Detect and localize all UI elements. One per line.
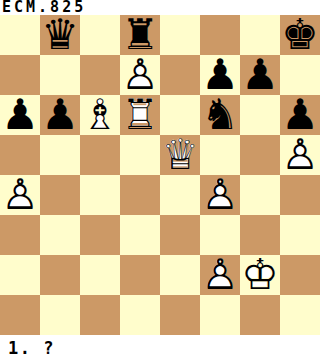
square-d2[interactable]: [120, 255, 160, 295]
piece-white-pawn: ♟♙: [200, 175, 240, 215]
square-c8[interactable]: [80, 15, 120, 55]
square-b1[interactable]: [40, 295, 80, 335]
square-f4[interactable]: ♟♙: [200, 175, 240, 215]
piece-black-queen: ♛: [40, 15, 80, 55]
square-b8[interactable]: ♛: [40, 15, 80, 55]
square-c1[interactable]: [80, 295, 120, 335]
square-g3[interactable]: [240, 215, 280, 255]
piece-white-pawn: ♟♙: [200, 255, 240, 295]
square-b5[interactable]: [40, 135, 80, 175]
piece-white-queen: ♛♕: [160, 135, 200, 175]
square-e6[interactable]: [160, 95, 200, 135]
square-c4[interactable]: [80, 175, 120, 215]
square-c5[interactable]: [80, 135, 120, 175]
chess-board: ♛♜♚♟♙♟♟♟♟♝♗♜♖♞♟♛♕♟♙♟♙♟♙♟♙♚♔: [0, 15, 320, 335]
square-d8[interactable]: ♜: [120, 15, 160, 55]
piece-black-knight: ♞: [200, 95, 240, 135]
square-a5[interactable]: [0, 135, 40, 175]
piece-white-pawn: ♟♙: [0, 175, 40, 215]
piece-white-pawn: ♟♙: [280, 135, 320, 175]
square-g8[interactable]: [240, 15, 280, 55]
square-a4[interactable]: ♟♙: [0, 175, 40, 215]
square-e4[interactable]: [160, 175, 200, 215]
square-b7[interactable]: [40, 55, 80, 95]
piece-black-pawn: ♟: [40, 95, 80, 135]
square-f2[interactable]: ♟♙: [200, 255, 240, 295]
square-b2[interactable]: [40, 255, 80, 295]
square-c6[interactable]: ♝♗: [80, 95, 120, 135]
square-d5[interactable]: [120, 135, 160, 175]
square-c2[interactable]: [80, 255, 120, 295]
square-e2[interactable]: [160, 255, 200, 295]
square-h1[interactable]: [280, 295, 320, 335]
piece-white-bishop: ♝♗: [80, 95, 120, 135]
square-h4[interactable]: [280, 175, 320, 215]
square-f7[interactable]: ♟: [200, 55, 240, 95]
square-f8[interactable]: [200, 15, 240, 55]
square-b3[interactable]: [40, 215, 80, 255]
square-a2[interactable]: [0, 255, 40, 295]
square-h5[interactable]: ♟♙: [280, 135, 320, 175]
square-a8[interactable]: [0, 15, 40, 55]
square-d1[interactable]: [120, 295, 160, 335]
square-g6[interactable]: [240, 95, 280, 135]
square-g1[interactable]: [240, 295, 280, 335]
square-c3[interactable]: [80, 215, 120, 255]
piece-white-king: ♚♔: [240, 255, 280, 295]
square-g2[interactable]: ♚♔: [240, 255, 280, 295]
square-h7[interactable]: [280, 55, 320, 95]
square-f5[interactable]: [200, 135, 240, 175]
square-g7[interactable]: ♟: [240, 55, 280, 95]
square-f1[interactable]: [200, 295, 240, 335]
piece-black-pawn: ♟: [240, 55, 280, 95]
square-h3[interactable]: [280, 215, 320, 255]
square-a1[interactable]: [0, 295, 40, 335]
square-d6[interactable]: ♜♖: [120, 95, 160, 135]
square-d3[interactable]: [120, 215, 160, 255]
square-e7[interactable]: [160, 55, 200, 95]
square-a3[interactable]: [0, 215, 40, 255]
puzzle-header: ECM.825: [0, 0, 320, 15]
puzzle-title: ECM.825: [2, 0, 86, 15]
square-h8[interactable]: ♚: [280, 15, 320, 55]
piece-black-pawn: ♟: [280, 95, 320, 135]
piece-black-pawn: ♟: [200, 55, 240, 95]
square-h6[interactable]: ♟: [280, 95, 320, 135]
move-prompt-bar: 1. ?: [0, 335, 320, 360]
move-prompt: 1. ?: [8, 337, 55, 359]
square-e5[interactable]: ♛♕: [160, 135, 200, 175]
square-b6[interactable]: ♟: [40, 95, 80, 135]
square-f6[interactable]: ♞: [200, 95, 240, 135]
square-h2[interactable]: [280, 255, 320, 295]
chess-puzzle-viewer: ECM.825 ♛♜♚♟♙♟♟♟♟♝♗♜♖♞♟♛♕♟♙♟♙♟♙♟♙♚♔ 1. ?: [0, 0, 320, 360]
piece-black-king: ♚: [280, 15, 320, 55]
square-g4[interactable]: [240, 175, 280, 215]
piece-black-rook: ♜: [120, 15, 160, 55]
piece-white-pawn: ♟♙: [120, 55, 160, 95]
square-f3[interactable]: [200, 215, 240, 255]
square-d4[interactable]: [120, 175, 160, 215]
square-a6[interactable]: ♟: [0, 95, 40, 135]
square-a7[interactable]: [0, 55, 40, 95]
piece-black-pawn: ♟: [0, 95, 40, 135]
piece-white-rook: ♜♖: [120, 95, 160, 135]
square-e3[interactable]: [160, 215, 200, 255]
square-b4[interactable]: [40, 175, 80, 215]
square-c7[interactable]: [80, 55, 120, 95]
square-g5[interactable]: [240, 135, 280, 175]
square-d7[interactable]: ♟♙: [120, 55, 160, 95]
square-e1[interactable]: [160, 295, 200, 335]
square-e8[interactable]: [160, 15, 200, 55]
